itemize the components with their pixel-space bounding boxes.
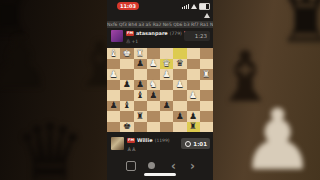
square-e1[interactable] (147, 48, 160, 59)
square-c8[interactable] (173, 122, 186, 133)
square-g8[interactable]: ♚ (120, 122, 133, 133)
bg-black-pawn-left-icon: ♟ (0, 28, 51, 98)
square-g6[interactable]: ♝ (120, 101, 133, 112)
wifi-icon (191, 4, 197, 9)
square-h1[interactable]: ♝ (107, 48, 120, 59)
square-d7[interactable] (160, 111, 173, 122)
square-e7[interactable] (147, 111, 160, 122)
square-d6[interactable]: ♟ (160, 101, 173, 112)
square-f2[interactable]: ♟ (134, 59, 147, 70)
square-e2[interactable]: ♟ (147, 59, 160, 70)
square-d3[interactable]: ♟ (160, 69, 173, 80)
square-g3[interactable] (120, 69, 133, 80)
record-dot-icon[interactable] (148, 162, 155, 169)
timer-icon (185, 141, 191, 147)
square-d5[interactable] (160, 90, 173, 101)
bottom-player-name[interactable]: Willie (137, 137, 153, 143)
square-a2[interactable] (200, 59, 213, 70)
black-king-piece[interactable]: ♚ (123, 122, 131, 131)
square-a3[interactable]: ♜ (200, 69, 213, 80)
black-pawn-piece[interactable]: ♟ (163, 101, 171, 110)
square-h7[interactable] (107, 111, 120, 122)
recording-indicator[interactable]: 11:03 (117, 2, 139, 10)
square-e6[interactable] (147, 101, 160, 112)
options-icon[interactable] (126, 161, 136, 171)
square-b4[interactable] (187, 80, 200, 91)
black-pawn-piece[interactable]: ♟ (176, 112, 184, 121)
square-e5[interactable]: ♟ (147, 90, 160, 101)
bottom-player-row: FM Willie (1199) ♙♙ 1:01 (107, 136, 213, 154)
top-player-name[interactable]: atasanpare (136, 30, 168, 36)
square-e3[interactable] (147, 69, 160, 80)
square-d8[interactable] (160, 122, 173, 133)
square-h8[interactable] (107, 122, 120, 133)
square-g7[interactable] (120, 111, 133, 122)
battery-icon (199, 3, 210, 10)
square-d1[interactable] (160, 48, 173, 59)
black-pawn-piece[interactable]: ♟ (110, 101, 118, 110)
square-b5[interactable]: ♟ (187, 90, 200, 101)
black-pawn-piece[interactable]: ♟ (136, 59, 144, 68)
black-bishop-piece[interactable]: ♝ (136, 91, 144, 100)
square-g1[interactable]: ♚ (120, 48, 133, 59)
status-icons (182, 3, 210, 9)
square-c7[interactable]: ♟ (173, 111, 186, 122)
square-f8[interactable] (134, 122, 147, 133)
top-player-rating: (779) (170, 31, 182, 36)
square-a5[interactable] (200, 90, 213, 101)
black-rook-piece[interactable]: ♜ (136, 112, 144, 121)
black-queen-piece[interactable]: ♛ (176, 59, 184, 68)
top-player-avatar[interactable] (111, 30, 123, 42)
square-g2[interactable] (120, 59, 133, 70)
square-b6[interactable] (187, 101, 200, 112)
top-player-row: FM atasanpare (779) ♟ +1 1:23 (107, 29, 213, 46)
bottom-player-title-badge: FM (127, 138, 135, 143)
square-b7[interactable]: ♟ (187, 111, 200, 122)
square-d2[interactable]: ♛ (160, 59, 173, 70)
bottom-player-avatar[interactable] (111, 137, 124, 150)
square-c1[interactable] (173, 48, 186, 59)
square-e8[interactable] (147, 122, 160, 133)
square-d4[interactable] (160, 80, 173, 91)
square-a6[interactable] (200, 101, 213, 112)
white-pawn-piece[interactable]: ♟ (176, 80, 184, 89)
square-c5[interactable] (173, 90, 186, 101)
square-h5[interactable] (107, 90, 120, 101)
top-player-material-advantage: +1 (131, 39, 138, 44)
forward-move-icon[interactable]: › (190, 158, 195, 174)
back-move-icon[interactable]: ‹ (171, 158, 176, 174)
square-a7[interactable] (200, 111, 213, 122)
square-b3[interactable] (187, 69, 200, 80)
square-b2[interactable] (187, 59, 200, 70)
move-list[interactable]: Nxf6 Qf3 Bh4 a3 a5 Ra2 Ne5 Qb6 b3 Rf7 Ra… (107, 21, 213, 28)
screen: ♜ ♟ ♝ ♛ ♝ ♜ ♟ 11:03 ♟Chess.com Nxf6 Qf3 … (0, 0, 320, 180)
square-g5[interactable] (120, 90, 133, 101)
white-pawn-piece[interactable]: ♟ (189, 91, 197, 100)
black-bishop-piece[interactable]: ♝ (123, 101, 131, 110)
square-a4[interactable] (200, 80, 213, 91)
black-pawn-piece[interactable]: ♟ (136, 80, 144, 89)
square-f4[interactable]: ♟ (134, 80, 147, 91)
square-b1[interactable] (187, 48, 200, 59)
phone-screenshot: 11:03 ♟Chess.com Nxf6 Qf3 Bh4 a3 a5 Ra2 … (107, 0, 213, 180)
white-rook-piece[interactable]: ♜ (136, 49, 144, 58)
square-c6[interactable] (173, 101, 186, 112)
square-h3[interactable]: ♟ (107, 69, 120, 80)
bottom-player-rating: (1199) (155, 138, 170, 143)
signal-icon (182, 4, 189, 9)
white-queen-piece[interactable]: ♛ (163, 59, 171, 68)
app-header: ♟Chess.com (107, 12, 213, 20)
square-h2[interactable] (107, 59, 120, 70)
black-pawn-piece[interactable]: ♟ (149, 91, 157, 100)
white-pawn-piece[interactable]: ♟ (149, 59, 157, 68)
black-rook-piece[interactable]: ♜ (189, 122, 197, 131)
square-e4[interactable]: ♞ (147, 80, 160, 91)
white-pawn-piece[interactable]: ♟ (110, 70, 118, 79)
white-bishop-piece[interactable]: ♝ (110, 49, 118, 58)
black-pawn-piece[interactable]: ♟ (189, 112, 197, 121)
connection-icon[interactable] (204, 13, 210, 18)
square-c2[interactable]: ♛ (173, 59, 186, 70)
square-a8[interactable] (200, 122, 213, 133)
bg-white-pawn-bottomright-icon: ♟ (240, 98, 315, 180)
top-player-title-badge: FM (126, 31, 134, 36)
bg-black-queen-bottomleft-icon: ♛ (14, 114, 86, 180)
square-h4[interactable] (107, 80, 120, 91)
bottom-nav: ‹ › (107, 158, 213, 174)
bottom-player-clock: 1:01 (181, 138, 210, 149)
square-b8[interactable]: ♜ (187, 122, 200, 133)
white-knight-piece[interactable]: ♞ (149, 80, 157, 89)
black-pawn-piece[interactable]: ♟ (123, 80, 131, 89)
top-player-captured-pieces: ♟ (126, 38, 130, 44)
square-g4[interactable]: ♟ (120, 80, 133, 91)
white-pawn-piece[interactable]: ♟ (163, 70, 171, 79)
square-c4[interactable]: ♟ (173, 80, 186, 91)
square-h6[interactable]: ♟ (107, 101, 120, 112)
square-f5[interactable]: ♝ (134, 90, 147, 101)
square-a1[interactable] (200, 48, 213, 59)
white-rook-piece[interactable]: ♜ (202, 70, 210, 79)
square-f1[interactable]: ♜ (134, 48, 147, 59)
top-player-clock: 1:23 (184, 31, 210, 41)
square-c3[interactable] (173, 69, 186, 80)
square-f7[interactable]: ♜ (134, 111, 147, 122)
bg-black-rook-topright-icon: ♜ (278, 0, 320, 52)
home-indicator[interactable] (144, 173, 176, 176)
bottom-player-captured-pieces: ♙♙ (127, 146, 136, 152)
square-f3[interactable] (134, 69, 147, 80)
chess-board[interactable]: ♝♚♜♟♟♛♛♟♟♜♟♟♞♟♝♟♟♟♝♟♜♟♟♚♜ (107, 48, 213, 132)
white-king-piece[interactable]: ♚ (123, 49, 131, 58)
square-f6[interactable] (134, 101, 147, 112)
